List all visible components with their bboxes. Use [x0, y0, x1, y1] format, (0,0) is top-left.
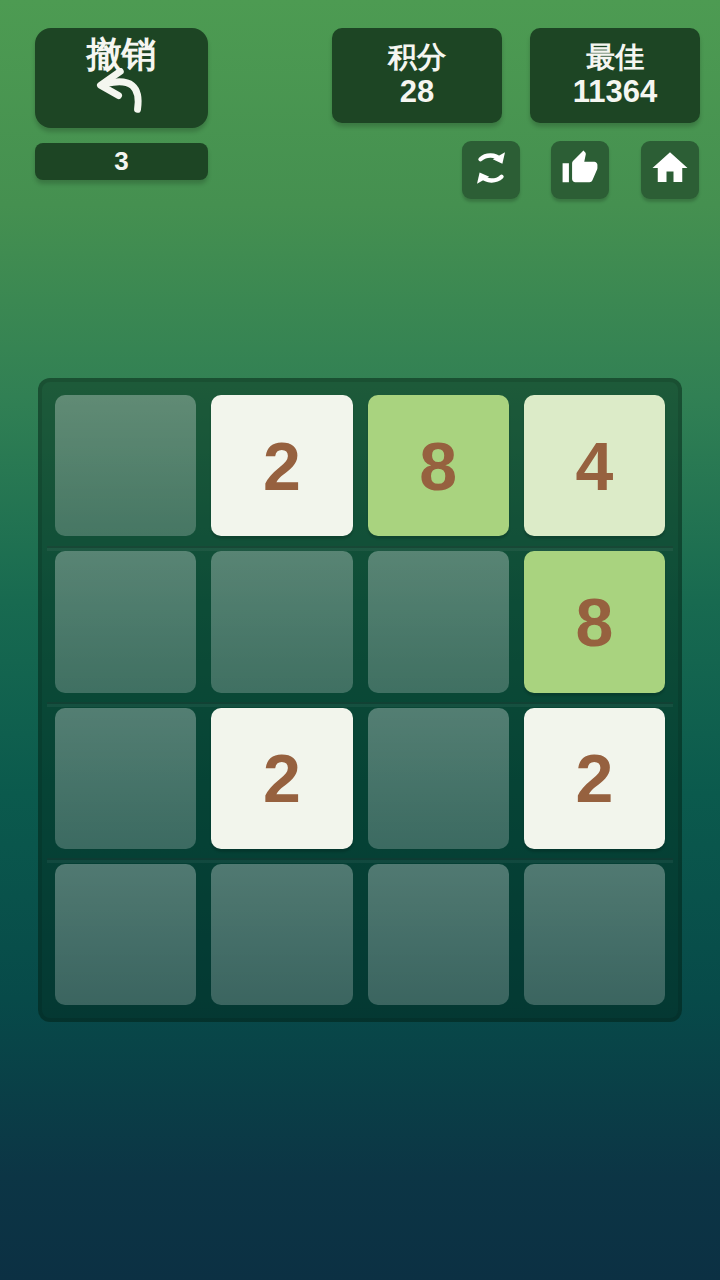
cell-r3c3 — [368, 708, 509, 849]
cell-r1c4: 4 — [524, 395, 665, 536]
cell-r3c2: 2 — [211, 708, 352, 849]
home-button[interactable] — [641, 141, 699, 199]
score-label: 积分 — [388, 41, 446, 74]
cell-r2c3 — [368, 551, 509, 692]
undo-button-label: 撤销 — [87, 36, 157, 73]
row-divider — [47, 702, 673, 707]
cell-r4c1 — [55, 864, 196, 1005]
undo-button[interactable]: 撤销 — [35, 28, 208, 128]
best-label: 最佳 — [586, 41, 644, 74]
cell-r1c2: 2 — [211, 395, 352, 536]
best-box: 最佳 11364 — [530, 28, 700, 123]
cell-r1c1 — [55, 395, 196, 536]
best-value: 11364 — [573, 74, 658, 110]
undo-arrow-icon — [87, 68, 157, 122]
restart-button[interactable] — [462, 141, 520, 199]
undo-count-badge: 3 — [35, 143, 208, 180]
score-box: 积分 28 — [332, 28, 502, 123]
cell-r4c2 — [211, 864, 352, 1005]
score-value: 28 — [400, 74, 434, 110]
refresh-icon — [470, 147, 512, 193]
home-icon — [649, 147, 691, 193]
row-divider — [47, 546, 673, 551]
row-divider — [47, 858, 673, 863]
cell-r3c1 — [55, 708, 196, 849]
thumbs-up-icon — [561, 149, 599, 191]
undo-count-value: 3 — [114, 146, 128, 177]
game-board[interactable]: 2 8 4 8 2 2 — [38, 378, 682, 1022]
cell-r4c4 — [524, 864, 665, 1005]
cell-r3c4: 2 — [524, 708, 665, 849]
cell-r4c3 — [368, 864, 509, 1005]
cell-r2c2 — [211, 551, 352, 692]
cell-r2c4: 8 — [524, 551, 665, 692]
cell-r1c3: 8 — [368, 395, 509, 536]
cell-r2c1 — [55, 551, 196, 692]
game-screen: 撤销 3 积分 28 最佳 11364 — [0, 0, 720, 1280]
tile-grid: 2 8 4 8 2 2 — [42, 382, 678, 1018]
like-button[interactable] — [551, 141, 609, 199]
